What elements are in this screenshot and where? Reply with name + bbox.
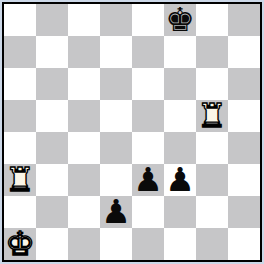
- square-d1[interactable]: [100, 228, 132, 260]
- square-a3[interactable]: ♜: [4, 164, 36, 196]
- square-h6[interactable]: [228, 68, 260, 100]
- square-b8[interactable]: [36, 4, 68, 36]
- square-h8[interactable]: [228, 4, 260, 36]
- square-c6[interactable]: [68, 68, 100, 100]
- square-d2[interactable]: ♟: [100, 196, 132, 228]
- square-b5[interactable]: [36, 100, 68, 132]
- square-c7[interactable]: [68, 36, 100, 68]
- square-f1[interactable]: [164, 228, 196, 260]
- square-g1[interactable]: [196, 228, 228, 260]
- square-g2[interactable]: [196, 196, 228, 228]
- square-b4[interactable]: [36, 132, 68, 164]
- square-b1[interactable]: [36, 228, 68, 260]
- square-a1[interactable]: ♚: [4, 228, 36, 260]
- square-b7[interactable]: [36, 36, 68, 68]
- square-d4[interactable]: [100, 132, 132, 164]
- chess-diagram: ♚♜♜♟♟♟♚: [0, 0, 264, 264]
- black-king[interactable]: ♚: [165, 4, 195, 36]
- square-a2[interactable]: [4, 196, 36, 228]
- black-pawn[interactable]: ♟: [165, 164, 195, 196]
- square-f2[interactable]: [164, 196, 196, 228]
- square-a5[interactable]: [4, 100, 36, 132]
- square-f6[interactable]: [164, 68, 196, 100]
- square-g6[interactable]: [196, 68, 228, 100]
- black-pawn[interactable]: ♟: [101, 196, 131, 228]
- square-e5[interactable]: [132, 100, 164, 132]
- square-e3[interactable]: ♟: [132, 164, 164, 196]
- square-h3[interactable]: [228, 164, 260, 196]
- square-e8[interactable]: [132, 4, 164, 36]
- square-c2[interactable]: [68, 196, 100, 228]
- square-b2[interactable]: [36, 196, 68, 228]
- square-h1[interactable]: [228, 228, 260, 260]
- white-rook[interactable]: ♜: [197, 100, 227, 132]
- square-g3[interactable]: [196, 164, 228, 196]
- square-a8[interactable]: [4, 4, 36, 36]
- white-rook[interactable]: ♜: [5, 164, 35, 196]
- square-e2[interactable]: [132, 196, 164, 228]
- square-c4[interactable]: [68, 132, 100, 164]
- square-d6[interactable]: [100, 68, 132, 100]
- square-e6[interactable]: [132, 68, 164, 100]
- square-g7[interactable]: [196, 36, 228, 68]
- square-c8[interactable]: [68, 4, 100, 36]
- square-a4[interactable]: [4, 132, 36, 164]
- square-h5[interactable]: [228, 100, 260, 132]
- square-h4[interactable]: [228, 132, 260, 164]
- square-f8[interactable]: ♚: [164, 4, 196, 36]
- square-b6[interactable]: [36, 68, 68, 100]
- square-f3[interactable]: ♟: [164, 164, 196, 196]
- square-c3[interactable]: [68, 164, 100, 196]
- square-a7[interactable]: [4, 36, 36, 68]
- square-e4[interactable]: [132, 132, 164, 164]
- square-c1[interactable]: [68, 228, 100, 260]
- square-f4[interactable]: [164, 132, 196, 164]
- square-b3[interactable]: [36, 164, 68, 196]
- square-c5[interactable]: [68, 100, 100, 132]
- square-e1[interactable]: [132, 228, 164, 260]
- square-d8[interactable]: [100, 4, 132, 36]
- square-h2[interactable]: [228, 196, 260, 228]
- square-a6[interactable]: [4, 68, 36, 100]
- square-f7[interactable]: [164, 36, 196, 68]
- square-d3[interactable]: [100, 164, 132, 196]
- square-g5[interactable]: ♜: [196, 100, 228, 132]
- square-d7[interactable]: [100, 36, 132, 68]
- chess-board: ♚♜♜♟♟♟♚: [4, 4, 260, 260]
- square-h7[interactable]: [228, 36, 260, 68]
- square-d5[interactable]: [100, 100, 132, 132]
- square-g8[interactable]: [196, 4, 228, 36]
- white-king[interactable]: ♚: [5, 228, 35, 260]
- square-f5[interactable]: [164, 100, 196, 132]
- square-g4[interactable]: [196, 132, 228, 164]
- square-e7[interactable]: [132, 36, 164, 68]
- board-frame: ♚♜♜♟♟♟♚: [2, 2, 262, 262]
- black-pawn[interactable]: ♟: [133, 164, 163, 196]
